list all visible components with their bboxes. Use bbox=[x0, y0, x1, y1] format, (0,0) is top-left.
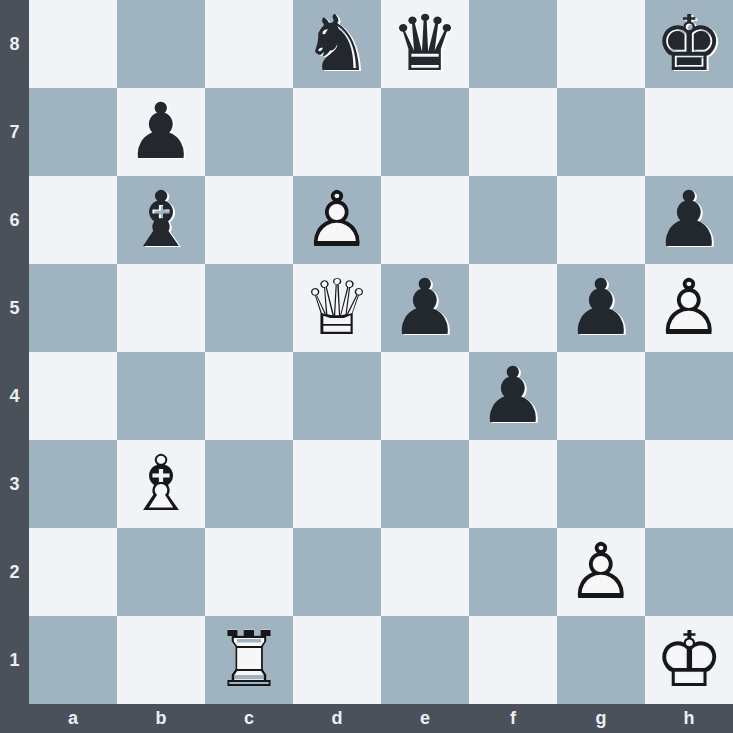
square-h6[interactable]: ♟♟ bbox=[645, 176, 733, 264]
square-a4[interactable] bbox=[29, 352, 117, 440]
piece-white-pawn-d6[interactable]: ♟♙ bbox=[293, 176, 381, 264]
rank-label-8: 8 bbox=[0, 0, 29, 88]
square-h4[interactable] bbox=[645, 352, 733, 440]
square-c5[interactable] bbox=[205, 264, 293, 352]
square-g6[interactable] bbox=[557, 176, 645, 264]
square-d2[interactable] bbox=[293, 528, 381, 616]
square-g3[interactable] bbox=[557, 440, 645, 528]
piece-black-pawn-g5[interactable]: ♟♟ bbox=[557, 264, 645, 352]
frame-corner bbox=[0, 704, 29, 733]
square-c2[interactable] bbox=[205, 528, 293, 616]
square-d5[interactable]: ♛♕ bbox=[293, 264, 381, 352]
rank-label-6: 6 bbox=[0, 176, 29, 264]
piece-black-queen-e8[interactable]: ♛♛ bbox=[381, 0, 469, 88]
square-e5[interactable]: ♟♟ bbox=[381, 264, 469, 352]
square-h8[interactable]: ♚♚ bbox=[645, 0, 733, 88]
white-piece-outline: ♖ bbox=[205, 616, 293, 704]
square-g7[interactable] bbox=[557, 88, 645, 176]
square-c1[interactable]: ♜♖ bbox=[205, 616, 293, 704]
square-g4[interactable] bbox=[557, 352, 645, 440]
square-c4[interactable] bbox=[205, 352, 293, 440]
black-piece-fill: ♟ bbox=[117, 88, 205, 176]
square-c8[interactable] bbox=[205, 0, 293, 88]
square-g1[interactable] bbox=[557, 616, 645, 704]
black-piece-fill: ♟ bbox=[381, 264, 469, 352]
white-piece-outline: ♙ bbox=[645, 264, 733, 352]
piece-black-pawn-f4[interactable]: ♟♟ bbox=[469, 352, 557, 440]
square-e8[interactable]: ♛♛ bbox=[381, 0, 469, 88]
square-h2[interactable] bbox=[645, 528, 733, 616]
square-c3[interactable] bbox=[205, 440, 293, 528]
square-h1[interactable]: ♚♔ bbox=[645, 616, 733, 704]
rank-label-1: 1 bbox=[0, 616, 29, 704]
file-label-g: g bbox=[557, 704, 645, 733]
piece-white-rook-c1[interactable]: ♜♖ bbox=[205, 616, 293, 704]
piece-black-pawn-e5[interactable]: ♟♟ bbox=[381, 264, 469, 352]
square-f2[interactable] bbox=[469, 528, 557, 616]
square-b1[interactable] bbox=[117, 616, 205, 704]
rank-label-3: 3 bbox=[0, 440, 29, 528]
piece-black-pawn-b7[interactable]: ♟♟ bbox=[117, 88, 205, 176]
square-f8[interactable] bbox=[469, 0, 557, 88]
file-label-a: a bbox=[29, 704, 117, 733]
square-h7[interactable] bbox=[645, 88, 733, 176]
white-piece-outline: ♙ bbox=[293, 176, 381, 264]
square-b4[interactable] bbox=[117, 352, 205, 440]
square-a1[interactable] bbox=[29, 616, 117, 704]
square-g8[interactable] bbox=[557, 0, 645, 88]
square-b7[interactable]: ♟♟ bbox=[117, 88, 205, 176]
file-label-c: c bbox=[205, 704, 293, 733]
piece-white-queen-d5[interactable]: ♛♕ bbox=[293, 264, 381, 352]
square-e6[interactable] bbox=[381, 176, 469, 264]
piece-white-king-h1[interactable]: ♚♔ bbox=[645, 616, 733, 704]
square-f5[interactable] bbox=[469, 264, 557, 352]
white-piece-outline: ♕ bbox=[293, 264, 381, 352]
square-b3[interactable]: ♝♗ bbox=[117, 440, 205, 528]
file-label-e: e bbox=[381, 704, 469, 733]
black-piece-fill: ♟ bbox=[557, 264, 645, 352]
square-f1[interactable] bbox=[469, 616, 557, 704]
black-piece-fill: ♝ bbox=[117, 176, 205, 264]
rank-label-2: 2 bbox=[0, 528, 29, 616]
file-label-f: f bbox=[469, 704, 557, 733]
square-f4[interactable]: ♟♟ bbox=[469, 352, 557, 440]
rank-label-4: 4 bbox=[0, 352, 29, 440]
square-a7[interactable] bbox=[29, 88, 117, 176]
square-g5[interactable]: ♟♟ bbox=[557, 264, 645, 352]
file-label-b: b bbox=[117, 704, 205, 733]
square-c7[interactable] bbox=[205, 88, 293, 176]
square-e4[interactable] bbox=[381, 352, 469, 440]
square-h5[interactable]: ♟♙ bbox=[645, 264, 733, 352]
file-label-h: h bbox=[645, 704, 733, 733]
white-piece-outline: ♙ bbox=[557, 528, 645, 616]
square-a2[interactable] bbox=[29, 528, 117, 616]
square-d1[interactable] bbox=[293, 616, 381, 704]
white-piece-outline: ♔ bbox=[645, 616, 733, 704]
piece-black-knight-d8[interactable]: ♞♞ bbox=[293, 0, 381, 88]
black-piece-fill: ♞ bbox=[293, 0, 381, 88]
piece-black-bishop-b6[interactable]: ♝♝ bbox=[117, 176, 205, 264]
square-d6[interactable]: ♟♙ bbox=[293, 176, 381, 264]
square-d8[interactable]: ♞♞ bbox=[293, 0, 381, 88]
square-d3[interactable] bbox=[293, 440, 381, 528]
black-piece-fill: ♟ bbox=[645, 176, 733, 264]
square-c6[interactable] bbox=[205, 176, 293, 264]
square-d4[interactable] bbox=[293, 352, 381, 440]
piece-white-bishop-b3[interactable]: ♝♗ bbox=[117, 440, 205, 528]
square-a3[interactable] bbox=[29, 440, 117, 528]
chessboard: 8♞♞♛♛♚♚7♟♟6♝♝♟♙♟♟5♛♕♟♟♟♟♟♙4♟♟3♝♗2♟♙1♜♖♚♔… bbox=[0, 0, 733, 733]
piece-black-pawn-h6[interactable]: ♟♟ bbox=[645, 176, 733, 264]
white-piece-outline: ♗ bbox=[117, 440, 205, 528]
file-label-d: d bbox=[293, 704, 381, 733]
piece-white-pawn-g2[interactable]: ♟♙ bbox=[557, 528, 645, 616]
square-e1[interactable] bbox=[381, 616, 469, 704]
piece-white-pawn-h5[interactable]: ♟♙ bbox=[645, 264, 733, 352]
square-b8[interactable] bbox=[117, 0, 205, 88]
black-piece-fill: ♟ bbox=[469, 352, 557, 440]
square-b5[interactable] bbox=[117, 264, 205, 352]
black-piece-fill: ♚ bbox=[645, 0, 733, 88]
square-e3[interactable] bbox=[381, 440, 469, 528]
square-b2[interactable] bbox=[117, 528, 205, 616]
square-e7[interactable] bbox=[381, 88, 469, 176]
square-a8[interactable] bbox=[29, 0, 117, 88]
square-a6[interactable] bbox=[29, 176, 117, 264]
square-f6[interactable] bbox=[469, 176, 557, 264]
black-piece-fill: ♛ bbox=[381, 0, 469, 88]
square-f7[interactable] bbox=[469, 88, 557, 176]
rank-label-7: 7 bbox=[0, 88, 29, 176]
square-h3[interactable] bbox=[645, 440, 733, 528]
rank-label-5: 5 bbox=[0, 264, 29, 352]
piece-black-king-h8[interactable]: ♚♚ bbox=[645, 0, 733, 88]
square-g2[interactable]: ♟♙ bbox=[557, 528, 645, 616]
square-a5[interactable] bbox=[29, 264, 117, 352]
square-e2[interactable] bbox=[381, 528, 469, 616]
square-d7[interactable] bbox=[293, 88, 381, 176]
square-f3[interactable] bbox=[469, 440, 557, 528]
square-b6[interactable]: ♝♝ bbox=[117, 176, 205, 264]
